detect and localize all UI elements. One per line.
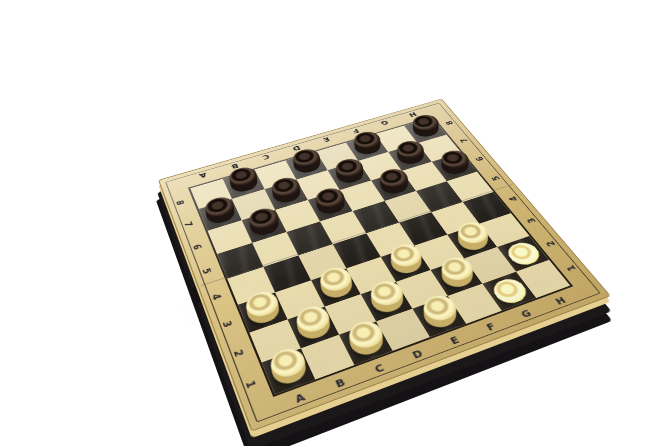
light-checker-man-e1[interactable]: [418, 300, 461, 333]
light-checker-man-g3[interactable]: [452, 227, 492, 254]
checkers-board: AABBCCDDEEFFGGHH1122334455667788: [158, 99, 611, 432]
dark-checker-man-d6[interactable]: [312, 193, 348, 218]
light-checker-man-c1[interactable]: [344, 326, 387, 360]
photo-background: AABBCCDDEEFFGGHH1122334455667788: [0, 0, 670, 446]
light-checker-man-e3[interactable]: [386, 249, 426, 278]
perspective-scene: AABBCCDDEEFFGGHH1122334455667788: [0, 0, 670, 446]
dark-checker-man-b6[interactable]: [246, 213, 281, 239]
